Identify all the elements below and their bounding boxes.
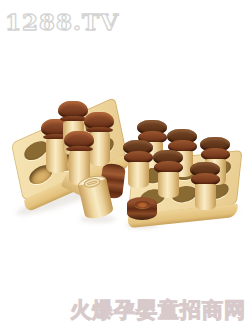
- product-photo: 1288.TV: [0, 0, 250, 330]
- game-scene: [0, 0, 250, 330]
- peg-double-disc: [190, 162, 220, 210]
- peg-double-disc: [153, 150, 183, 198]
- loose-brown-ring-cap: [127, 197, 157, 220]
- watermark-1288tv: 1288.TV: [5, 8, 119, 35]
- peg-double-disc: [123, 140, 153, 188]
- ring-hole: [135, 201, 150, 208]
- watermark-zhaoshang: 火爆孕婴童招商网: [70, 296, 246, 324]
- peg-body: [195, 184, 216, 210]
- peg-body: [158, 172, 179, 198]
- peg-body: [128, 162, 149, 188]
